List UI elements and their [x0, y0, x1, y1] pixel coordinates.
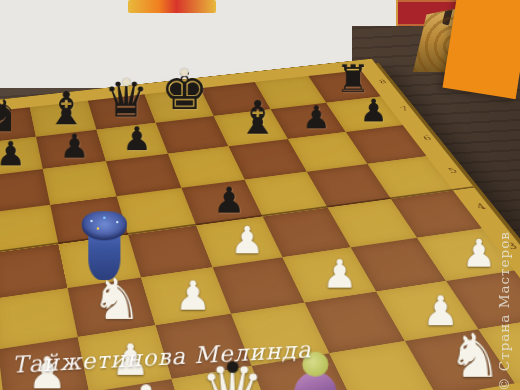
- white-pawn-d3: ♟: [174, 276, 210, 316]
- square-c7: ♟: [36, 130, 106, 169]
- square-e8: ♚: [145, 88, 214, 123]
- square-f7: ♝: [214, 109, 288, 146]
- black-pawn-e5: ♟: [213, 183, 245, 219]
- black-pawn-g7: ♟: [302, 102, 330, 134]
- square-b4: [0, 244, 68, 299]
- square-c6: [43, 161, 117, 204]
- black-queen-d8: ♛: [103, 74, 148, 124]
- white-knight-g1: ♞: [447, 326, 501, 387]
- cream-finial-icon: [180, 69, 188, 77]
- black-king-e8: ♚: [160, 64, 208, 117]
- square-b3: [0, 288, 78, 349]
- wall-poster: [128, 0, 216, 13]
- black-pawn-d7: ♟: [122, 123, 151, 156]
- black-bishop-f7: ♝: [237, 95, 278, 141]
- white-bishop-c1: ♝: [116, 377, 176, 390]
- square-b5: [0, 205, 58, 254]
- black-pawn-h7: ♟: [359, 95, 387, 126]
- watermark-site: © Страна Мастеров: [496, 231, 512, 390]
- cream-finial-icon: [122, 78, 130, 86]
- white-knight-c3: ♞: [91, 271, 142, 328]
- orange-paper: [442, 0, 520, 99]
- black-knight-b8: ♞: [0, 94, 25, 138]
- white-pawn-e4: ♟: [230, 222, 264, 260]
- black-pawn-c7: ♟: [59, 130, 89, 163]
- white-pawn-h3: ♟: [461, 235, 495, 273]
- black-pawn-b7: ♟: [0, 138, 25, 171]
- white-pawn-f3: ♟: [322, 255, 357, 294]
- square-e3: [213, 257, 305, 314]
- photo-scene: ♜♞♝♛♚♜♟♟♟♝♟♟♟♟♞♟♟♟♟♟♟♝♛♞ abcdefgh 876543…: [0, 0, 520, 390]
- black-bishop-c8: ♝: [45, 86, 86, 132]
- square-b6: [0, 169, 50, 213]
